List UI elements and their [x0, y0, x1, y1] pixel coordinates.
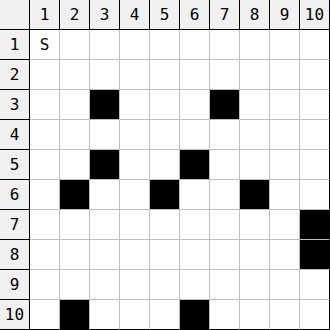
wall-cell-r3-c7[interactable]: [210, 90, 240, 120]
cell-r2-c4[interactable]: [120, 60, 150, 90]
cell-r10-c7[interactable]: [210, 300, 240, 330]
cell-r4-c5[interactable]: [150, 120, 180, 150]
cell-r3-c9[interactable]: [270, 90, 300, 120]
wall-cell-r10-c2[interactable]: [60, 300, 90, 330]
cell-r10-c3[interactable]: [90, 300, 120, 330]
col-header-10: 10: [300, 0, 330, 30]
cell-r2-c10[interactable]: [300, 60, 330, 90]
cell-r9-c2[interactable]: [60, 270, 90, 300]
cell-r5-c4[interactable]: [120, 150, 150, 180]
cell-r5-c7[interactable]: [210, 150, 240, 180]
wall-cell-r3-c3[interactable]: [90, 90, 120, 120]
wall-cell-r8-c10[interactable]: [300, 240, 330, 270]
col-header-3: 3: [90, 0, 120, 30]
cell-r7-c6[interactable]: [180, 210, 210, 240]
col-header-5: 5: [150, 0, 180, 30]
cell-r7-c4[interactable]: [120, 210, 150, 240]
col-header-8: 8: [240, 0, 270, 30]
wall-cell-r5-c3[interactable]: [90, 150, 120, 180]
cell-r8-c6[interactable]: [180, 240, 210, 270]
cell-r10-c10[interactable]: [300, 300, 330, 330]
cell-r1-c4[interactable]: [120, 30, 150, 60]
cell-r5-c10[interactable]: [300, 150, 330, 180]
cell-r9-c10[interactable]: [300, 270, 330, 300]
cell-r9-c1[interactable]: [30, 270, 60, 300]
cell-r8-c5[interactable]: [150, 240, 180, 270]
cell-r1-c9[interactable]: [270, 30, 300, 60]
cell-r4-c6[interactable]: [180, 120, 210, 150]
row-header-5: 5: [0, 150, 30, 180]
cell-r1-c5[interactable]: [150, 30, 180, 60]
cell-r1-c6[interactable]: [180, 30, 210, 60]
cell-r8-c2[interactable]: [60, 240, 90, 270]
cell-r3-c6[interactable]: [180, 90, 210, 120]
cell-r10-c1[interactable]: [30, 300, 60, 330]
cell-r6-c3[interactable]: [90, 180, 120, 210]
row-header-9: 9: [0, 270, 30, 300]
wall-cell-r5-c6[interactable]: [180, 150, 210, 180]
cell-r5-c5[interactable]: [150, 150, 180, 180]
start-cell[interactable]: S: [30, 30, 60, 60]
cell-r1-c8[interactable]: [240, 30, 270, 60]
cell-r7-c2[interactable]: [60, 210, 90, 240]
cell-r3-c2[interactable]: [60, 90, 90, 120]
cell-r4-c3[interactable]: [90, 120, 120, 150]
cell-r9-c6[interactable]: [180, 270, 210, 300]
wall-cell-r7-c10[interactable]: [300, 210, 330, 240]
wall-cell-r10-c6[interactable]: [180, 300, 210, 330]
cell-r2-c9[interactable]: [270, 60, 300, 90]
cell-r4-c4[interactable]: [120, 120, 150, 150]
col-header-2: 2: [60, 0, 90, 30]
cell-r6-c4[interactable]: [120, 180, 150, 210]
cell-r6-c9[interactable]: [270, 180, 300, 210]
row-header-1: 1: [0, 30, 30, 60]
cell-r3-c1[interactable]: [30, 90, 60, 120]
cell-r8-c7[interactable]: [210, 240, 240, 270]
cell-r2-c1[interactable]: [30, 60, 60, 90]
row-header-4: 4: [0, 120, 30, 150]
cell-r4-c2[interactable]: [60, 120, 90, 150]
wall-cell-r6-c2[interactable]: [60, 180, 90, 210]
cell-r1-c3[interactable]: [90, 30, 120, 60]
col-header-9: 9: [270, 0, 300, 30]
cell-r6-c6[interactable]: [180, 180, 210, 210]
cell-r2-c3[interactable]: [90, 60, 120, 90]
cell-r5-c2[interactable]: [60, 150, 90, 180]
cell-r4-c9[interactable]: [270, 120, 300, 150]
cell-r7-c1[interactable]: [30, 210, 60, 240]
cell-r3-c5[interactable]: [150, 90, 180, 120]
row-header-3: 3: [0, 90, 30, 120]
cell-r7-c5[interactable]: [150, 210, 180, 240]
cell-r8-c3[interactable]: [90, 240, 120, 270]
cell-r2-c8[interactable]: [240, 60, 270, 90]
cell-r6-c10[interactable]: [300, 180, 330, 210]
cell-r2-c2[interactable]: [60, 60, 90, 90]
cell-r9-c9[interactable]: [270, 270, 300, 300]
cell-r1-c10[interactable]: [300, 30, 330, 60]
cell-r5-c1[interactable]: [30, 150, 60, 180]
col-header-6: 6: [180, 0, 210, 30]
row-header-6: 6: [0, 180, 30, 210]
cell-r10-c4[interactable]: [120, 300, 150, 330]
corner-cell: [0, 0, 30, 30]
cell-r9-c7[interactable]: [210, 270, 240, 300]
cell-r5-c9[interactable]: [270, 150, 300, 180]
cell-r2-c6[interactable]: [180, 60, 210, 90]
cell-r8-c4[interactable]: [120, 240, 150, 270]
cell-r10-c8[interactable]: [240, 300, 270, 330]
cell-r10-c5[interactable]: [150, 300, 180, 330]
cell-r4-c7[interactable]: [210, 120, 240, 150]
cell-r2-c7[interactable]: [210, 60, 240, 90]
cell-r3-c8[interactable]: [240, 90, 270, 120]
cell-r4-c10[interactable]: [300, 120, 330, 150]
cell-r6-c1[interactable]: [30, 180, 60, 210]
col-header-4: 4: [120, 0, 150, 30]
cell-r7-c3[interactable]: [90, 210, 120, 240]
cell-r9-c5[interactable]: [150, 270, 180, 300]
wall-cell-r6-c8[interactable]: [240, 180, 270, 210]
col-header-1: 1: [30, 0, 60, 30]
row-header-8: 8: [0, 240, 30, 270]
cell-r1-c7[interactable]: [210, 30, 240, 60]
cell-r4-c8[interactable]: [240, 120, 270, 150]
cell-r7-c9[interactable]: [270, 210, 300, 240]
cell-r3-c10[interactable]: [300, 90, 330, 120]
cell-r7-c7[interactable]: [210, 210, 240, 240]
cell-r2-c5[interactable]: [150, 60, 180, 90]
col-header-7: 7: [210, 0, 240, 30]
row-header-7: 7: [0, 210, 30, 240]
cell-r6-c7[interactable]: [210, 180, 240, 210]
puzzle-board: 123456789101S2345678910: [0, 0, 330, 330]
cell-r10-c9[interactable]: [270, 300, 300, 330]
wall-cell-r6-c5[interactable]: [150, 180, 180, 210]
cell-r7-c8[interactable]: [240, 210, 270, 240]
row-header-2: 2: [0, 60, 30, 90]
cell-r9-c3[interactable]: [90, 270, 120, 300]
cell-r9-c4[interactable]: [120, 270, 150, 300]
cell-r3-c4[interactable]: [120, 90, 150, 120]
cell-r4-c1[interactable]: [30, 120, 60, 150]
cell-r1-c2[interactable]: [60, 30, 90, 60]
cell-r8-c9[interactable]: [270, 240, 300, 270]
cell-r8-c1[interactable]: [30, 240, 60, 270]
cell-r9-c8[interactable]: [240, 270, 270, 300]
cell-r8-c8[interactable]: [240, 240, 270, 270]
row-header-10: 10: [0, 300, 30, 330]
cell-r5-c8[interactable]: [240, 150, 270, 180]
